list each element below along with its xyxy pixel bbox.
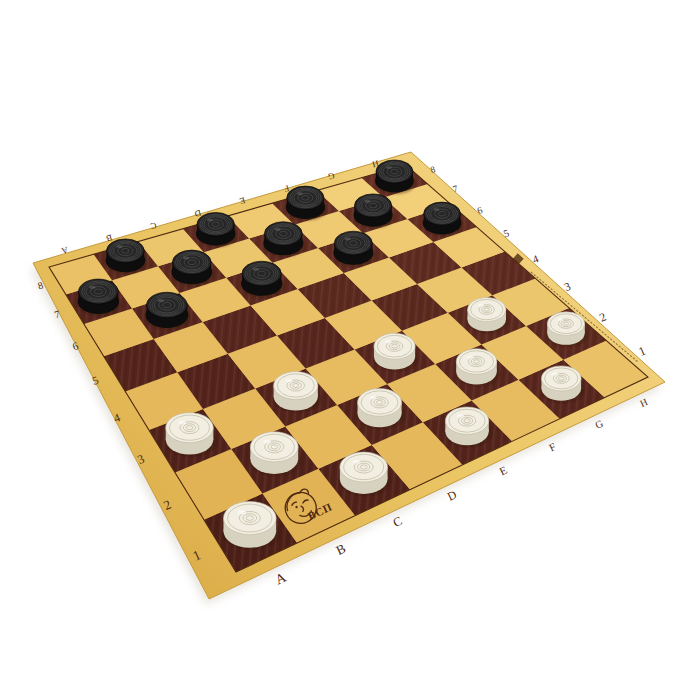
piece-specular-highlight (353, 460, 361, 464)
piece-top-face (172, 250, 211, 274)
piece-specular-highlight (552, 373, 558, 376)
piece-specular-highlight (297, 192, 303, 195)
checkers-board-photo: AABBCCDDEEFFGGHH1122334455667788ВСП (0, 0, 700, 700)
checker-white-g3[interactable] (467, 297, 508, 332)
piece-specular-highlight (263, 440, 271, 444)
checker-white-e1[interactable] (445, 407, 491, 447)
piece-specular-highlight (286, 379, 293, 382)
piece-specular-highlight (253, 268, 259, 271)
piece-top-face (147, 292, 188, 318)
checker-white-a1[interactable] (223, 501, 279, 549)
checker-white-h2[interactable] (547, 312, 587, 347)
piece-top-face (250, 432, 298, 462)
piece-top-face (340, 452, 388, 482)
piece-specular-highlight (434, 208, 440, 211)
checker-black-f8[interactable] (286, 186, 327, 220)
file-label-bottom-b: B (334, 541, 349, 558)
file-label-bottom-f: F (547, 440, 558, 453)
piece-top-face (166, 413, 214, 443)
checker-white-c1[interactable] (340, 452, 391, 495)
checker-black-f6[interactable] (333, 231, 375, 266)
piece-top-face (264, 222, 302, 246)
piece-specular-highlight (238, 510, 246, 514)
checker-white-a3[interactable] (166, 413, 216, 456)
piece-top-face (334, 231, 372, 255)
file-label-bottom-d: D (445, 487, 459, 504)
piece-top-face (287, 186, 324, 209)
piece-top-face (274, 372, 318, 400)
checker-black-d8[interactable] (196, 212, 237, 247)
piece-specular-highlight (457, 414, 464, 417)
checker-black-h8[interactable] (375, 160, 416, 194)
checker-white-d2[interactable] (358, 389, 405, 429)
piece-specular-highlight (183, 257, 189, 260)
checker-white-f2[interactable] (456, 349, 499, 386)
checker-white-e3[interactable] (374, 333, 418, 371)
checker-black-d6[interactable] (241, 261, 284, 297)
piece-specular-highlight (365, 200, 371, 203)
piece-top-face (456, 349, 497, 375)
file-label-bottom-a: A (273, 570, 288, 588)
piece-top-face (223, 501, 276, 534)
piece-top-face (354, 194, 391, 217)
piece-top-face (79, 279, 119, 304)
piece-top-face (197, 212, 235, 236)
piece-specular-highlight (117, 245, 123, 248)
piece-specular-highlight (89, 286, 95, 289)
piece-specular-highlight (557, 318, 563, 321)
checker-white-g1[interactable] (541, 366, 583, 402)
piece-specular-highlight (207, 219, 213, 222)
checker-black-b6[interactable] (146, 292, 190, 329)
file-label-bottom-g: G (593, 417, 605, 430)
piece-specular-highlight (386, 166, 392, 169)
checker-black-a7[interactable] (78, 279, 121, 315)
checker-white-c3[interactable] (274, 372, 321, 412)
piece-top-face (242, 261, 281, 286)
checker-black-b8[interactable] (106, 239, 147, 274)
checker-black-h6[interactable] (423, 202, 463, 236)
piece-top-face (106, 239, 144, 263)
piece-specular-highlight (467, 355, 473, 358)
piece-top-face (445, 407, 488, 434)
checker-black-c7[interactable] (171, 250, 213, 286)
piece-specular-highlight (345, 238, 351, 241)
piece-top-face (467, 297, 505, 321)
checker-black-e7[interactable] (263, 222, 305, 257)
file-label-bottom-c: C (391, 514, 405, 530)
piece-specular-highlight (275, 228, 281, 231)
file-label-bottom-e: E (498, 464, 509, 478)
piece-top-face (374, 333, 415, 359)
checker-white-b2[interactable] (250, 432, 301, 475)
file-label-bottom-h: H (638, 396, 649, 409)
piece-specular-highlight (158, 299, 165, 302)
piece-top-face (541, 366, 581, 391)
rank-label-right-1: 1 (636, 344, 648, 359)
piece-specular-highlight (385, 340, 392, 343)
piece-specular-highlight (179, 421, 187, 425)
checker-black-g7[interactable] (354, 194, 395, 228)
piece-specular-highlight (369, 396, 376, 399)
product-photo: AABBCCDDEEFFGGHH1122334455667788ВСП (0, 0, 700, 700)
piece-specular-highlight (478, 304, 484, 307)
piece-top-face (547, 312, 584, 336)
piece-top-face (358, 389, 402, 417)
